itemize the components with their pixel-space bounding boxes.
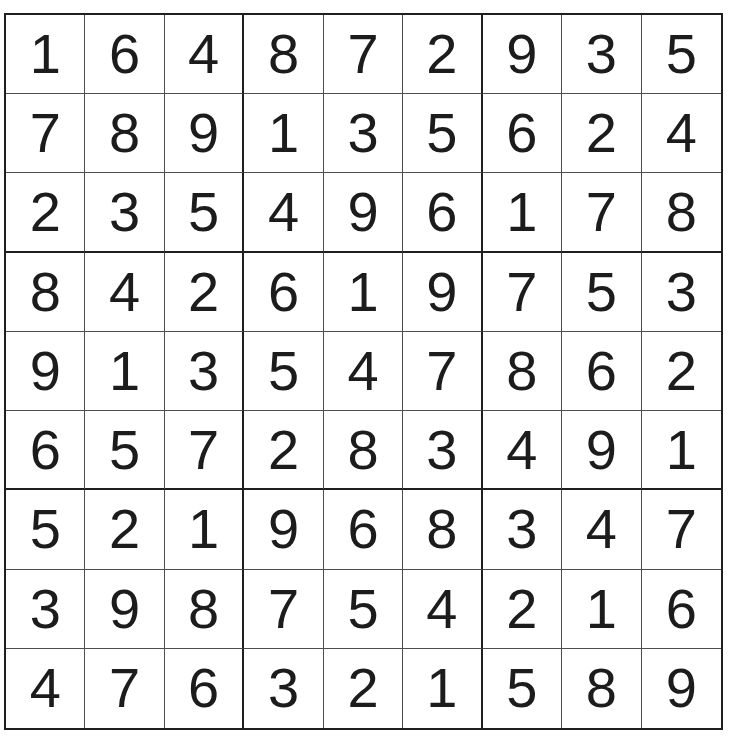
cell-digit: 8 [268,26,299,82]
cell-digit: 3 [268,660,299,716]
cell-r3c2[interactable]: 3 [85,173,164,252]
cell-r7c9[interactable]: 7 [642,490,721,569]
cell-r8c8[interactable]: 1 [562,570,641,649]
cell-digit: 5 [30,501,61,557]
cell-digit: 1 [268,105,299,161]
cell-digit: 1 [586,581,617,637]
cell-r4c8[interactable]: 5 [562,253,641,332]
cell-digit: 5 [666,26,697,82]
cell-r2c8[interactable]: 2 [562,94,641,173]
cell-r9c8[interactable]: 8 [562,649,641,728]
cell-digit: 6 [426,184,457,240]
cell-digit: 8 [347,422,378,478]
cell-r9c4[interactable]: 3 [244,649,323,728]
cell-r3c5[interactable]: 9 [324,173,403,252]
cell-digit: 3 [30,581,61,637]
cell-digit: 6 [188,660,219,716]
cell-digit: 8 [188,581,219,637]
cell-r8c6[interactable]: 4 [403,570,482,649]
cell-r6c4[interactable]: 2 [244,411,323,490]
cell-r9c1[interactable]: 4 [6,649,85,728]
cell-digit: 4 [268,184,299,240]
cell-r4c5[interactable]: 1 [324,253,403,332]
cell-digit: 2 [268,422,299,478]
cell-digit: 1 [109,343,140,399]
cell-r4c2[interactable]: 4 [85,253,164,332]
cell-r1c3[interactable]: 4 [165,15,244,94]
cell-r7c3[interactable]: 1 [165,490,244,569]
cell-digit: 3 [347,105,378,161]
cell-digit: 9 [506,26,537,82]
cell-digit: 9 [30,343,61,399]
cell-r7c8[interactable]: 4 [562,490,641,569]
cell-r5c3[interactable]: 3 [165,332,244,411]
cell-r8c2[interactable]: 9 [85,570,164,649]
cell-r4c3[interactable]: 2 [165,253,244,332]
cell-digit: 4 [188,26,219,82]
cell-digit: 4 [666,105,697,161]
cell-r1c7[interactable]: 9 [483,15,562,94]
cell-r1c4[interactable]: 8 [244,15,323,94]
cell-digit: 9 [268,501,299,557]
cell-digit: 1 [426,660,457,716]
cell-digit: 6 [586,343,617,399]
cell-digit: 3 [506,501,537,557]
cell-r3c3[interactable]: 5 [165,173,244,252]
cell-digit: 4 [426,581,457,637]
cell-r7c4[interactable]: 9 [244,490,323,569]
cell-digit: 3 [586,26,617,82]
cell-digit: 6 [30,422,61,478]
cell-digit: 7 [666,501,697,557]
cell-r7c7[interactable]: 3 [483,490,562,569]
cell-digit: 7 [426,343,457,399]
cell-r5c1[interactable]: 9 [6,332,85,411]
cell-digit: 8 [506,343,537,399]
cell-digit: 9 [586,422,617,478]
cell-r4c6[interactable]: 9 [403,253,482,332]
cell-digit: 9 [426,264,457,320]
cell-r6c1[interactable]: 6 [6,411,85,490]
cell-r5c8[interactable]: 6 [562,332,641,411]
cell-digit: 4 [347,343,378,399]
cell-r1c1[interactable]: 1 [6,15,85,94]
cell-digit: 3 [109,184,140,240]
cell-r9c9[interactable]: 9 [642,649,721,728]
cell-digit: 6 [268,264,299,320]
cell-digit: 6 [666,581,697,637]
cell-digit: 4 [506,422,537,478]
cell-digit: 8 [426,501,457,557]
cell-digit: 6 [347,501,378,557]
cell-digit: 3 [666,264,697,320]
cell-r2c7[interactable]: 6 [483,94,562,173]
cell-r3c4[interactable]: 4 [244,173,323,252]
cell-r5c5[interactable]: 4 [324,332,403,411]
cell-r4c7[interactable]: 7 [483,253,562,332]
cell-r7c1[interactable]: 5 [6,490,85,569]
cell-r4c9[interactable]: 3 [642,253,721,332]
cell-r6c5[interactable]: 8 [324,411,403,490]
cell-r6c6[interactable]: 3 [403,411,482,490]
cell-r8c9[interactable]: 6 [642,570,721,649]
cell-r3c6[interactable]: 6 [403,173,482,252]
cell-r9c6[interactable]: 1 [403,649,482,728]
cell-digit: 1 [506,184,537,240]
cell-r5c6[interactable]: 7 [403,332,482,411]
cell-r2c3[interactable]: 9 [165,94,244,173]
cell-digit: 2 [426,26,457,82]
cell-digit: 7 [586,184,617,240]
cell-r7c2[interactable]: 2 [85,490,164,569]
cell-digit: 4 [109,264,140,320]
cell-r6c2[interactable]: 5 [85,411,164,490]
cell-digit: 5 [586,264,617,320]
cell-r7c6[interactable]: 8 [403,490,482,569]
cell-r8c5[interactable]: 5 [324,570,403,649]
cell-r4c4[interactable]: 6 [244,253,323,332]
cell-digit: 2 [30,184,61,240]
cell-r2c4[interactable]: 1 [244,94,323,173]
cell-digit: 7 [188,422,219,478]
cell-r2c1[interactable]: 7 [6,94,85,173]
cell-digit: 4 [30,660,61,716]
cell-digit: 8 [30,264,61,320]
cell-r9c2[interactable]: 7 [85,649,164,728]
cell-digit: 1 [188,501,219,557]
cell-digit: 5 [109,422,140,478]
cell-r1c2[interactable]: 6 [85,15,164,94]
cell-r8c1[interactable]: 3 [6,570,85,649]
cell-digit: 2 [586,105,617,161]
cell-r8c3[interactable]: 8 [165,570,244,649]
cell-r2c5[interactable]: 3 [324,94,403,173]
cell-r3c7[interactable]: 1 [483,173,562,252]
cell-digit: 2 [109,501,140,557]
cell-r2c6[interactable]: 5 [403,94,482,173]
cell-digit: 8 [666,184,697,240]
cell-digit: 7 [30,105,61,161]
cell-r6c9[interactable]: 1 [642,411,721,490]
cell-r4c1[interactable]: 8 [6,253,85,332]
cell-digit: 5 [426,105,457,161]
cell-digit: 5 [188,184,219,240]
cell-digit: 6 [109,26,140,82]
cell-digit: 9 [109,581,140,637]
cell-digit: 2 [188,264,219,320]
cell-digit: 8 [586,660,617,716]
cell-digit: 5 [347,581,378,637]
cell-digit: 7 [109,660,140,716]
cell-r3c8[interactable]: 7 [562,173,641,252]
cell-r3c9[interactable]: 8 [642,173,721,252]
cell-digit: 2 [666,343,697,399]
cell-digit: 8 [109,105,140,161]
cell-r2c2[interactable]: 8 [85,94,164,173]
cell-digit: 1 [30,26,61,82]
cell-r8c7[interactable]: 2 [483,570,562,649]
cell-r1c8[interactable]: 3 [562,15,641,94]
cell-digit: 1 [347,264,378,320]
cell-r9c5[interactable]: 2 [324,649,403,728]
cell-r2c9[interactable]: 4 [642,94,721,173]
cell-digit: 9 [666,660,697,716]
cell-r6c8[interactable]: 9 [562,411,641,490]
cell-r1c5[interactable]: 7 [324,15,403,94]
cell-r1c9[interactable]: 5 [642,15,721,94]
cell-digit: 9 [347,184,378,240]
cell-digit: 7 [347,26,378,82]
cell-r9c7[interactable]: 5 [483,649,562,728]
cell-digit: 1 [666,422,697,478]
cell-digit: 9 [188,105,219,161]
cell-r1c6[interactable]: 2 [403,15,482,94]
cell-digit: 3 [188,343,219,399]
cell-r3c1[interactable]: 2 [6,173,85,252]
sudoku-board: 1648729357891356242354961788426197539135… [4,13,723,730]
cell-digit: 4 [586,501,617,557]
cell-r5c4[interactable]: 5 [244,332,323,411]
cell-digit: 7 [268,581,299,637]
cell-r8c4[interactable]: 7 [244,570,323,649]
cell-r7c5[interactable]: 6 [324,490,403,569]
cell-digit: 3 [426,422,457,478]
cell-r5c9[interactable]: 2 [642,332,721,411]
cell-digit: 5 [268,343,299,399]
cell-r5c7[interactable]: 8 [483,332,562,411]
cell-digit: 5 [506,660,537,716]
cell-digit: 6 [506,105,537,161]
cell-r5c2[interactable]: 1 [85,332,164,411]
cell-r6c3[interactable]: 7 [165,411,244,490]
cell-digit: 2 [347,660,378,716]
cell-r6c7[interactable]: 4 [483,411,562,490]
cell-digit: 2 [506,581,537,637]
cell-digit: 7 [506,264,537,320]
cell-r9c3[interactable]: 6 [165,649,244,728]
